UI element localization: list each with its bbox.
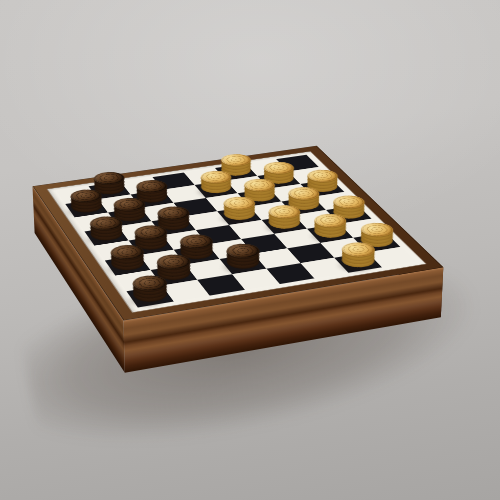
perspective-scene: ⛂⛀⛂⛂⛀⛀⛂⛀⛀⛂⛂⛀⛀⛂⛀⛀⛂⛂⛀⛂⛂⛀⛂⛀: [0, 0, 500, 500]
light-piece-r8c7[interactable]: ⛀: [337, 253, 379, 271]
square-r8c1[interactable]: ⛂: [126, 286, 173, 308]
square-r5c6[interactable]: ⛀: [262, 215, 307, 234]
light-piece-r5c6[interactable]: ⛀: [264, 216, 304, 233]
square-r4c5[interactable]: ⛀: [217, 206, 261, 225]
square-r8c5[interactable]: [267, 263, 315, 284]
dark-piece-r4c1[interactable]: ⛂: [87, 227, 126, 244]
wooden-checkers-box: ⛂⛀⛂⛂⛀⛀⛂⛀⛀⛂⛂⛀⛀⛂⛀⛀⛂⛂⛀⛂⛂⛀⛂⛀: [32, 146, 443, 321]
square-r8c7[interactable]: ⛀: [334, 252, 382, 273]
photo-backdrop: ⛂⛀⛂⛂⛀⛀⛂⛀⛀⛂⛂⛀⛀⛂⛀⛀⛂⛂⛀⛂⛂⛀⛂⛀: [0, 0, 500, 500]
square-r7c4[interactable]: ⛂: [220, 254, 267, 275]
dark-piece-r8c1[interactable]: ⛂: [129, 287, 171, 306]
